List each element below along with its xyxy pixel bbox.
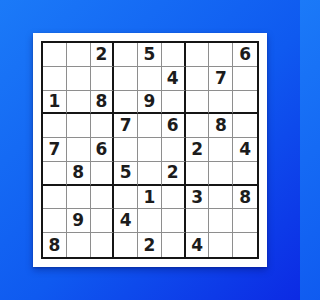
sudoku-cell-r1c7[interactable] xyxy=(186,43,210,67)
sudoku-cell-r5c4[interactable] xyxy=(114,138,138,162)
sudoku-cell-r1c6[interactable] xyxy=(162,43,186,67)
sudoku-cell-r2c4[interactable] xyxy=(114,67,138,91)
sudoku-cell-r9c1[interactable]: 8 xyxy=(43,233,67,257)
sudoku-cell-r7c1[interactable] xyxy=(43,186,67,210)
sudoku-cell-r2c2[interactable] xyxy=(67,67,91,91)
sudoku-cell-r4c8[interactable]: 8 xyxy=(209,114,233,138)
sudoku-cell-r3c3[interactable]: 8 xyxy=(91,91,115,115)
sudoku-cell-r8c2[interactable]: 9 xyxy=(67,209,91,233)
sudoku-cell-r9c7[interactable]: 4 xyxy=(186,233,210,257)
sudoku-cell-r4c2[interactable] xyxy=(67,114,91,138)
sudoku-cell-r3c2[interactable] xyxy=(67,91,91,115)
sudoku-cell-r2c6[interactable]: 4 xyxy=(162,67,186,91)
sudoku-cell-r3c7[interactable] xyxy=(186,91,210,115)
sudoku-cell-r4c3[interactable] xyxy=(91,114,115,138)
sudoku-cell-r8c7[interactable] xyxy=(186,209,210,233)
sudoku-cell-r8c4[interactable]: 4 xyxy=(114,209,138,233)
sudoku-cell-r4c6[interactable]: 6 xyxy=(162,114,186,138)
sudoku-cell-r5c1[interactable]: 7 xyxy=(43,138,67,162)
sudoku-cell-r6c3[interactable] xyxy=(91,162,115,186)
sudoku-cell-r9c9[interactable] xyxy=(233,233,257,257)
sudoku-cell-r1c3[interactable]: 2 xyxy=(91,43,115,67)
sudoku-cell-r2c9[interactable] xyxy=(233,67,257,91)
puzzle-card: 25647189768762485213894824 xyxy=(33,33,267,267)
sudoku-cell-r7c6[interactable] xyxy=(162,186,186,210)
sudoku-cell-r5c9[interactable]: 4 xyxy=(233,138,257,162)
sudoku-cell-r3c8[interactable] xyxy=(209,91,233,115)
sudoku-cell-r6c2[interactable]: 8 xyxy=(67,162,91,186)
sudoku-cell-r5c6[interactable] xyxy=(162,138,186,162)
sudoku-cell-r7c5[interactable]: 1 xyxy=(138,186,162,210)
sudoku-cell-r3c9[interactable] xyxy=(233,91,257,115)
sudoku-cell-r4c7[interactable] xyxy=(186,114,210,138)
sudoku-cell-r5c5[interactable] xyxy=(138,138,162,162)
sudoku-cell-r3c1[interactable]: 1 xyxy=(43,91,67,115)
sudoku-cell-r4c4[interactable]: 7 xyxy=(114,114,138,138)
sudoku-cell-r9c5[interactable]: 2 xyxy=(138,233,162,257)
sudoku-cell-r1c9[interactable]: 6 xyxy=(233,43,257,67)
sudoku-cell-r9c4[interactable] xyxy=(114,233,138,257)
sudoku-cell-r1c5[interactable]: 5 xyxy=(138,43,162,67)
sudoku-cell-r9c6[interactable] xyxy=(162,233,186,257)
sudoku-cell-r4c1[interactable] xyxy=(43,114,67,138)
sudoku-cell-r8c1[interactable] xyxy=(43,209,67,233)
sudoku-cell-r5c2[interactable] xyxy=(67,138,91,162)
sudoku-cell-r6c9[interactable] xyxy=(233,162,257,186)
sudoku-cell-r7c9[interactable]: 8 xyxy=(233,186,257,210)
sudoku-cell-r2c8[interactable]: 7 xyxy=(209,67,233,91)
sudoku-cell-r7c7[interactable]: 3 xyxy=(186,186,210,210)
sudoku-cell-r1c4[interactable] xyxy=(114,43,138,67)
sudoku-cell-r6c1[interactable] xyxy=(43,162,67,186)
sudoku-cell-r2c1[interactable] xyxy=(43,67,67,91)
sudoku-cell-r6c6[interactable]: 2 xyxy=(162,162,186,186)
sudoku-cell-r3c6[interactable] xyxy=(162,91,186,115)
app-background: { "game": "sudoku", "position": "0020500… xyxy=(0,0,300,300)
sudoku-cell-r6c5[interactable] xyxy=(138,162,162,186)
sudoku-cell-r6c7[interactable] xyxy=(186,162,210,186)
sudoku-cell-r6c8[interactable] xyxy=(209,162,233,186)
sudoku-cell-r1c8[interactable] xyxy=(209,43,233,67)
sudoku-cell-r9c2[interactable] xyxy=(67,233,91,257)
sudoku-cell-r1c2[interactable] xyxy=(67,43,91,67)
sudoku-cell-r5c8[interactable] xyxy=(209,138,233,162)
sudoku-cell-r8c6[interactable] xyxy=(162,209,186,233)
sudoku-cell-r4c5[interactable] xyxy=(138,114,162,138)
sudoku-cell-r9c8[interactable] xyxy=(209,233,233,257)
sudoku-cell-r5c3[interactable]: 6 xyxy=(91,138,115,162)
sudoku-cell-r7c4[interactable] xyxy=(114,186,138,210)
sudoku-cell-r3c5[interactable]: 9 xyxy=(138,91,162,115)
sudoku-cell-r8c8[interactable] xyxy=(209,209,233,233)
sudoku-cell-r9c3[interactable] xyxy=(91,233,115,257)
sudoku-cell-r3c4[interactable] xyxy=(114,91,138,115)
sudoku-cell-r8c5[interactable] xyxy=(138,209,162,233)
sudoku-cell-r7c3[interactable] xyxy=(91,186,115,210)
sudoku-cell-r2c3[interactable] xyxy=(91,67,115,91)
sudoku-cell-r8c9[interactable] xyxy=(233,209,257,233)
sudoku-cell-r1c1[interactable] xyxy=(43,43,67,67)
sudoku-cell-r8c3[interactable] xyxy=(91,209,115,233)
sudoku-cell-r7c2[interactable] xyxy=(67,186,91,210)
sudoku-cell-r2c5[interactable] xyxy=(138,67,162,91)
sudoku-cell-r2c7[interactable] xyxy=(186,67,210,91)
sudoku-cell-r4c9[interactable] xyxy=(233,114,257,138)
sudoku-cell-r7c8[interactable] xyxy=(209,186,233,210)
sudoku-board: 25647189768762485213894824 xyxy=(41,41,259,259)
sudoku-cell-r5c7[interactable]: 2 xyxy=(186,138,210,162)
sudoku-cell-r6c4[interactable]: 5 xyxy=(114,162,138,186)
